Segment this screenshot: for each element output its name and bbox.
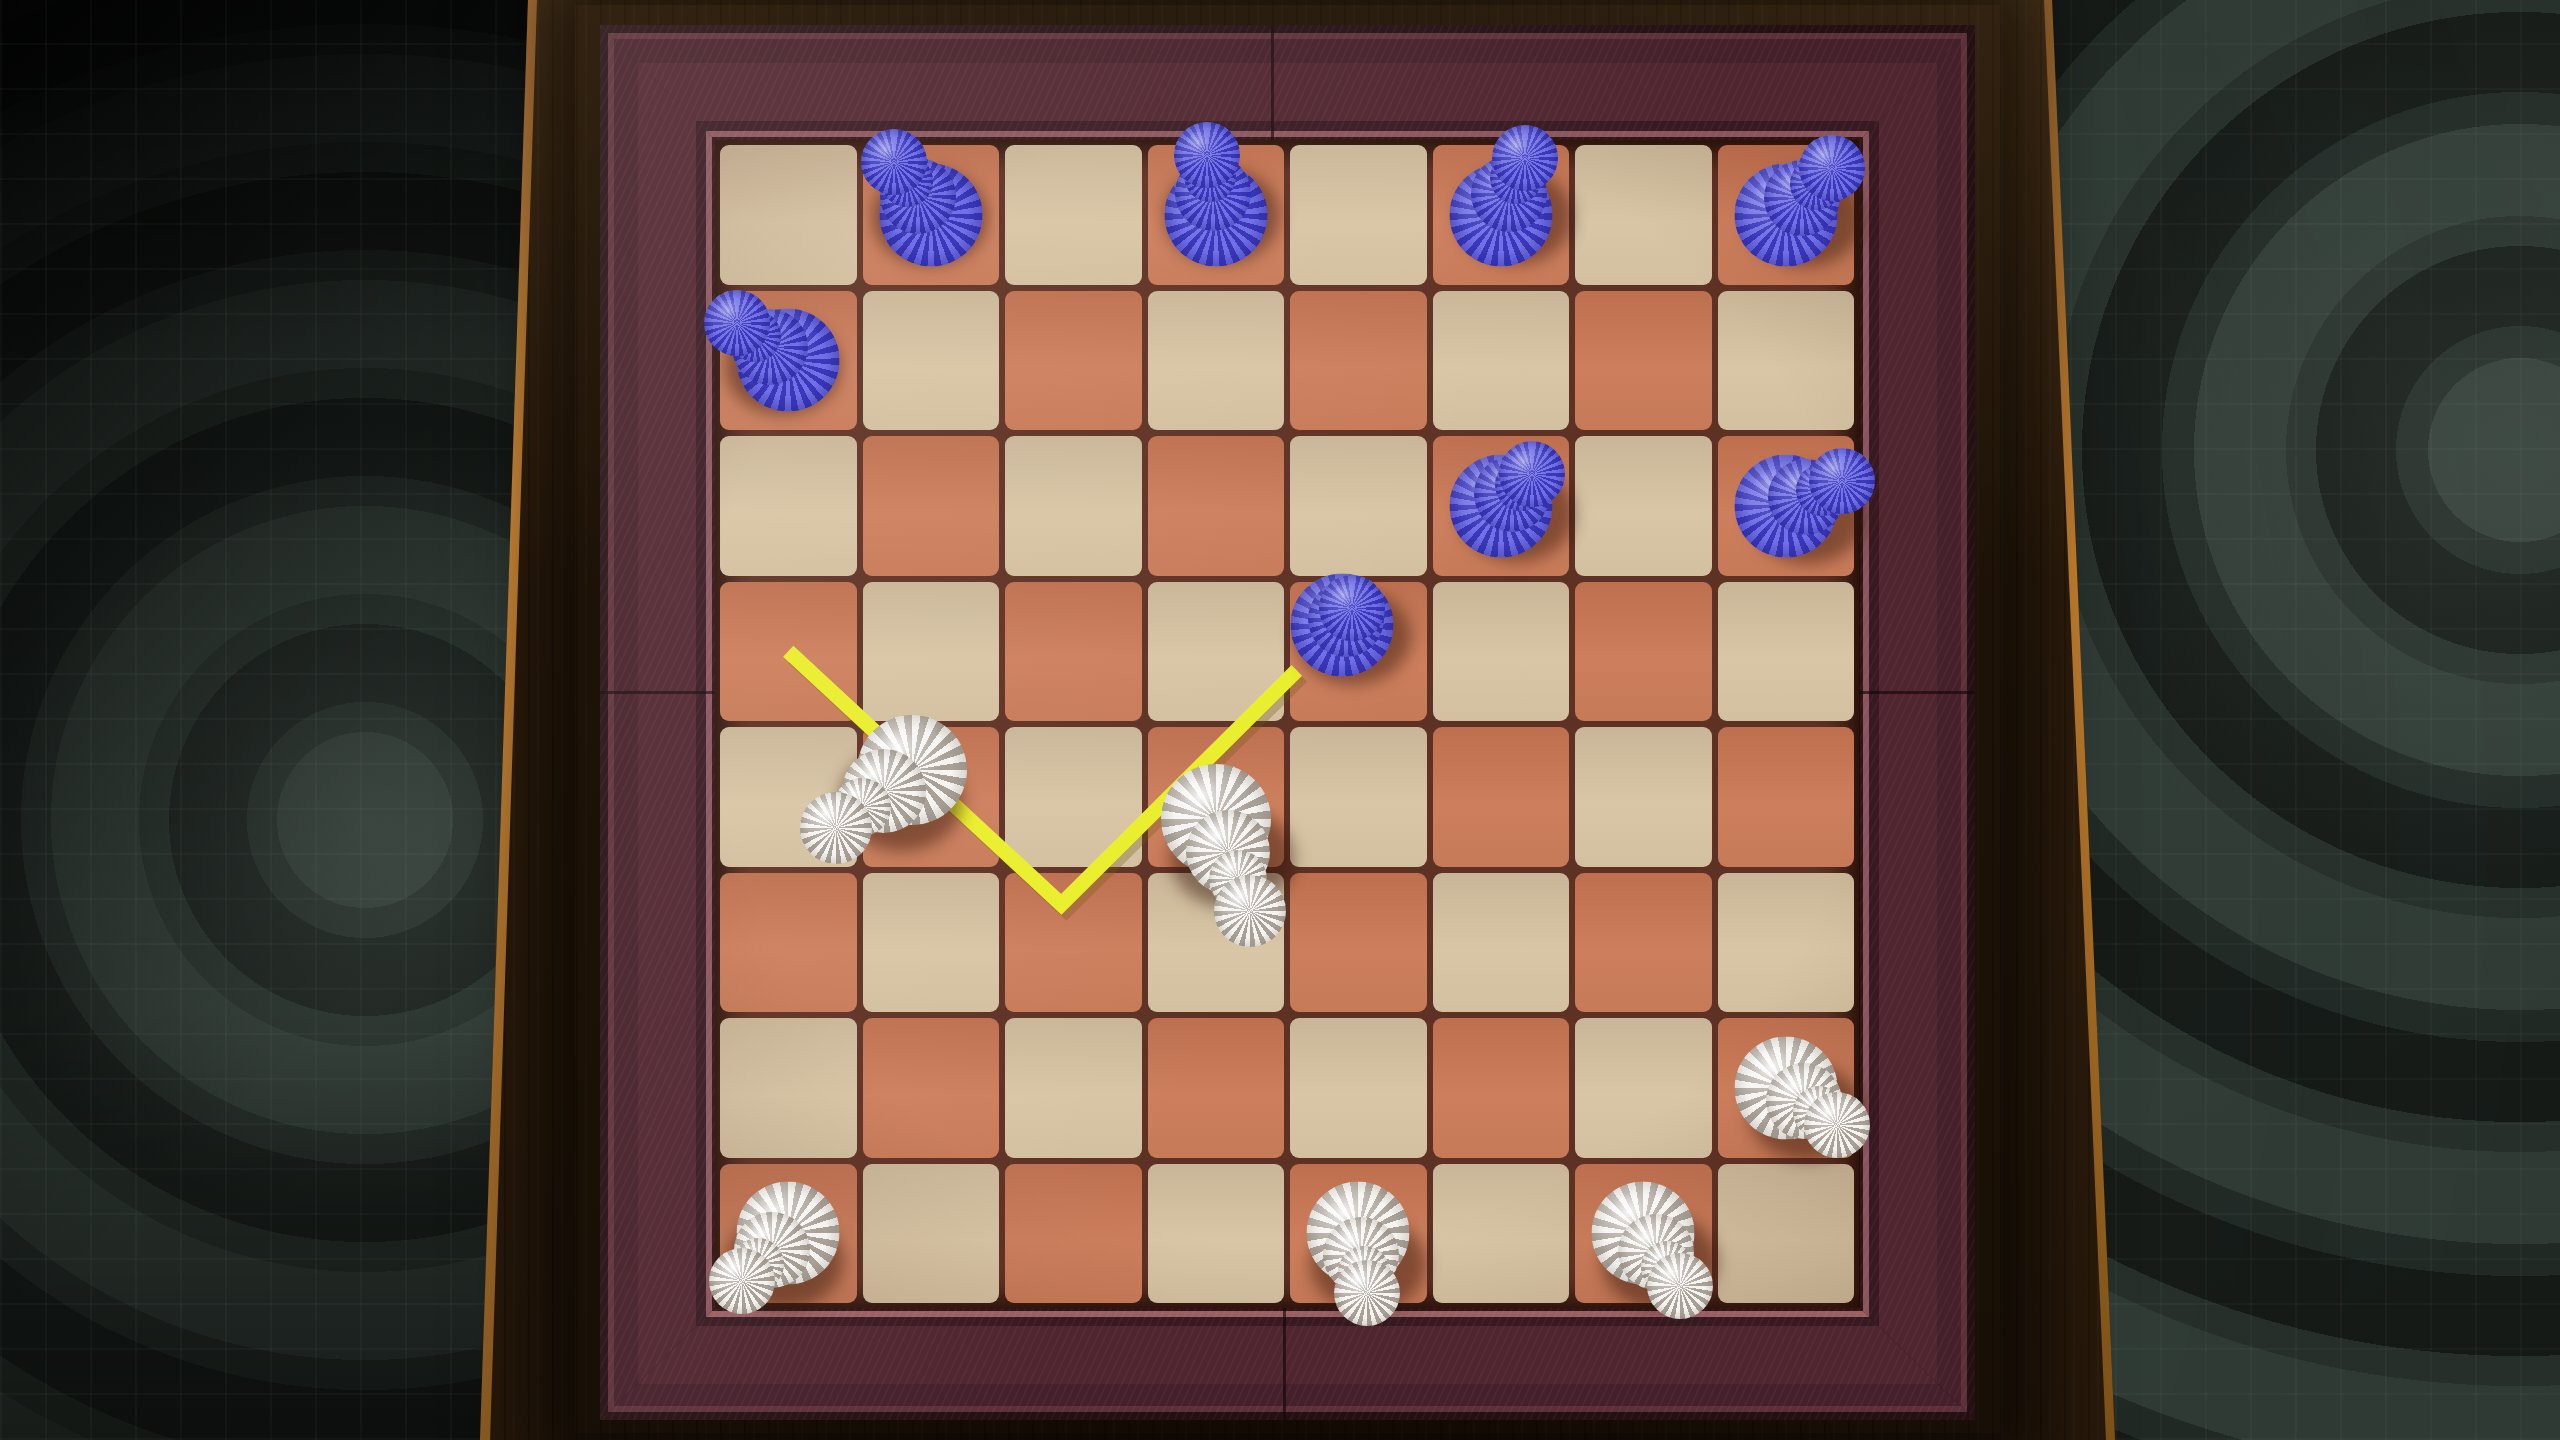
square-h4[interactable] bbox=[1718, 727, 1855, 867]
board-frame-bottom bbox=[600, 1308, 1975, 1420]
square-e6[interactable] bbox=[1290, 436, 1427, 576]
square-d6[interactable] bbox=[1148, 436, 1285, 576]
square-d1[interactable] bbox=[1148, 1164, 1285, 1304]
square-c1[interactable] bbox=[1005, 1164, 1142, 1304]
square-c8[interactable] bbox=[1005, 145, 1142, 285]
square-b2[interactable] bbox=[863, 1018, 1000, 1158]
square-f1[interactable] bbox=[1433, 1164, 1570, 1304]
square-c6[interactable] bbox=[1005, 436, 1142, 576]
square-e7[interactable] bbox=[1290, 291, 1427, 431]
piece-head-ball bbox=[1809, 448, 1875, 514]
square-b5[interactable] bbox=[863, 582, 1000, 722]
square-d7[interactable] bbox=[1148, 291, 1285, 431]
square-c5[interactable] bbox=[1005, 582, 1142, 722]
game-scene: ⛂⛂⛂⛂⛂⛂⛂⛂⛀⛀⛀⛀⛀⛀ bbox=[0, 0, 2560, 1440]
board-fold-seam-bottom bbox=[1283, 1308, 1286, 1420]
square-c3[interactable] bbox=[1005, 873, 1142, 1013]
board-fold-seam-top bbox=[1271, 25, 1274, 140]
board-frame-top bbox=[600, 25, 1975, 140]
square-c2[interactable] bbox=[1005, 1018, 1142, 1158]
square-g8[interactable] bbox=[1575, 145, 1712, 285]
square-e2[interactable] bbox=[1290, 1018, 1427, 1158]
square-f3[interactable] bbox=[1433, 873, 1570, 1013]
square-h3[interactable] bbox=[1718, 873, 1855, 1013]
square-d2[interactable] bbox=[1148, 1018, 1285, 1158]
square-e3[interactable] bbox=[1290, 873, 1427, 1013]
square-h5[interactable] bbox=[1718, 582, 1855, 722]
piece-head-ball bbox=[1214, 875, 1286, 947]
piece-head-ball bbox=[1804, 1092, 1870, 1158]
square-f4[interactable] bbox=[1433, 727, 1570, 867]
square-g3[interactable] bbox=[1575, 873, 1712, 1013]
square-e4[interactable] bbox=[1290, 727, 1427, 867]
square-b6[interactable] bbox=[863, 436, 1000, 576]
square-b1[interactable] bbox=[863, 1164, 1000, 1304]
board-frame-joint-right bbox=[1860, 691, 1975, 694]
square-f7[interactable] bbox=[1433, 291, 1570, 431]
square-h1[interactable] bbox=[1718, 1164, 1855, 1304]
square-h7[interactable] bbox=[1718, 291, 1855, 431]
piece-head-ball bbox=[704, 290, 770, 356]
square-f2[interactable] bbox=[1433, 1018, 1570, 1158]
square-g5[interactable] bbox=[1575, 582, 1712, 722]
square-a5[interactable] bbox=[720, 582, 857, 722]
square-e8[interactable] bbox=[1290, 145, 1427, 285]
square-a3[interactable] bbox=[720, 873, 857, 1013]
square-g6[interactable] bbox=[1575, 436, 1712, 576]
square-g7[interactable] bbox=[1575, 291, 1712, 431]
piece-head-ball bbox=[1174, 122, 1240, 188]
board-frame-left bbox=[600, 25, 715, 1420]
square-g4[interactable] bbox=[1575, 727, 1712, 867]
square-b7[interactable] bbox=[863, 291, 1000, 431]
square-b3[interactable] bbox=[863, 873, 1000, 1013]
square-c7[interactable] bbox=[1005, 291, 1142, 431]
board-frame-joint-left bbox=[600, 691, 715, 694]
square-c4[interactable] bbox=[1005, 727, 1142, 867]
square-d5[interactable] bbox=[1148, 582, 1285, 722]
square-a2[interactable] bbox=[720, 1018, 857, 1158]
board-frame-right bbox=[1860, 25, 1975, 1420]
square-g2[interactable] bbox=[1575, 1018, 1712, 1158]
square-a8[interactable] bbox=[720, 145, 857, 285]
piece-head-ball bbox=[800, 792, 872, 864]
piece-head-ball bbox=[1334, 1260, 1400, 1326]
square-a6[interactable] bbox=[720, 436, 857, 576]
square-f5[interactable] bbox=[1433, 582, 1570, 722]
